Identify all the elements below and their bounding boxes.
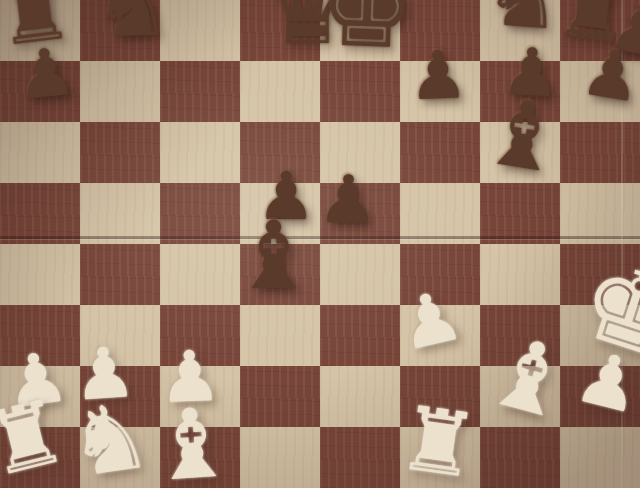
black-knight-b8[interactable]: ♞ bbox=[91, 0, 173, 51]
square-c5[interactable] bbox=[160, 183, 240, 244]
square-c7[interactable] bbox=[160, 61, 240, 122]
square-e2[interactable] bbox=[320, 366, 400, 427]
square-b7[interactable] bbox=[80, 61, 160, 122]
square-e1[interactable] bbox=[320, 427, 400, 488]
square-a4[interactable] bbox=[0, 244, 80, 305]
square-d3[interactable] bbox=[240, 305, 320, 366]
black-pawn-e5[interactable]: ♟ bbox=[317, 166, 378, 234]
white-rook-f1[interactable]: ♜ bbox=[393, 394, 483, 488]
black-pawn-f7[interactable]: ♟ bbox=[407, 42, 468, 110]
chess-board-photo: ♞♞♜♜♛♚♟♟♟♟♟♝♟♟♝♟♚♟♟♟♟♝♜♞♜♝ bbox=[0, 0, 640, 488]
square-c4[interactable] bbox=[160, 244, 240, 305]
square-f6[interactable] bbox=[400, 122, 480, 183]
square-b4[interactable] bbox=[80, 244, 160, 305]
square-h5[interactable] bbox=[560, 183, 640, 244]
black-pawn-h7[interactable]: ♟ bbox=[577, 38, 640, 112]
white-knight-b1[interactable]: ♞ bbox=[62, 389, 156, 488]
square-d7[interactable] bbox=[240, 61, 320, 122]
square-h6[interactable] bbox=[560, 122, 640, 183]
white-bishop-c1[interactable]: ♝ bbox=[145, 394, 238, 488]
square-c6[interactable] bbox=[160, 122, 240, 183]
square-e3[interactable] bbox=[320, 305, 400, 366]
black-bishop-g6[interactable]: ♝ bbox=[475, 84, 571, 188]
square-d2[interactable] bbox=[240, 366, 320, 427]
square-e4[interactable] bbox=[320, 244, 400, 305]
square-h1[interactable] bbox=[560, 427, 640, 488]
square-b5[interactable] bbox=[80, 183, 160, 244]
black-pawn-a7[interactable]: ♟ bbox=[14, 39, 79, 110]
square-g4[interactable] bbox=[480, 244, 560, 305]
square-a5[interactable] bbox=[0, 183, 80, 244]
black-bishop-d4[interactable]: ♝ bbox=[232, 209, 316, 303]
square-a6[interactable] bbox=[0, 122, 80, 183]
square-d1[interactable] bbox=[240, 427, 320, 488]
black-king-e8[interactable]: ♚ bbox=[318, 0, 417, 64]
square-b6[interactable] bbox=[80, 122, 160, 183]
square-f5[interactable] bbox=[400, 183, 480, 244]
